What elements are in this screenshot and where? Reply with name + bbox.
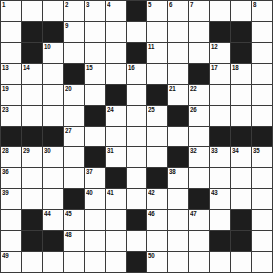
clue-number: 47 [190,210,197,218]
clue-number: 22 [190,85,197,93]
cell-r7c1[interactable]: 29 [22,147,42,167]
black-cell-r11c11 [231,231,251,251]
clue-number: 6 [169,1,172,9]
clue-number: 42 [148,189,155,197]
cell-r2c2[interactable]: 10 [43,43,63,63]
clue-number: 30 [44,147,51,155]
cell-r0c0[interactable]: 1 [1,1,21,21]
cell-r11c3[interactable]: 48 [64,231,84,251]
cell-r3c1[interactable]: 14 [22,64,42,84]
black-cell-r10c6 [127,210,147,230]
clue-number: 16 [128,64,135,72]
clue-number: 14 [23,64,30,72]
cell-r12c9[interactable] [189,252,209,272]
clue-number: 1 [2,1,5,9]
cell-r10c0[interactable] [1,210,21,230]
black-cell-r6c12 [252,127,272,147]
clue-number: 20 [65,85,72,93]
cell-r5c9[interactable]: 26 [189,106,209,126]
cell-r12c11[interactable] [231,252,251,272]
clue-number: 37 [86,168,93,176]
clue-number: 35 [253,147,260,155]
cell-r9c8[interactable] [168,189,188,209]
cell-r3c4[interactable]: 15 [85,64,105,84]
cell-r6c6[interactable] [127,127,147,147]
black-cell-r10c11 [231,210,251,230]
cell-r0c9[interactable]: 7 [189,1,209,21]
clue-number: 10 [44,43,51,51]
clue-number: 34 [232,147,239,155]
clue-number: 19 [2,85,9,93]
cell-r11c12[interactable] [252,231,272,251]
cell-r11c9[interactable] [189,231,209,251]
cell-r10c12[interactable] [252,210,272,230]
cell-r12c2[interactable] [43,252,63,272]
clue-number: 36 [2,168,9,176]
black-cell-r6c0 [1,127,21,147]
cell-r11c7[interactable] [147,231,167,251]
black-cell-r3c9 [189,64,209,84]
clue-number: 40 [86,189,93,197]
black-cell-r1c1 [22,22,42,42]
cell-r5c10[interactable] [210,106,230,126]
cell-r8c2[interactable] [43,168,63,188]
cell-r1c3[interactable]: 9 [64,22,84,42]
cell-r10c3[interactable]: 45 [64,210,84,230]
black-cell-r3c3 [64,64,84,84]
black-cell-r8c5 [106,168,126,188]
cell-r12c12[interactable] [252,252,272,272]
cell-r7c10[interactable]: 33 [210,147,230,167]
clue-number: 7 [190,1,193,9]
cell-r10c7[interactable]: 46 [147,210,167,230]
black-cell-r1c10 [210,22,230,42]
cell-r2c5[interactable] [106,43,126,63]
cell-r4c11[interactable] [231,85,251,105]
cell-r9c10[interactable]: 43 [210,189,230,209]
black-cell-r8c7 [147,168,167,188]
cell-r3c6[interactable]: 16 [127,64,147,84]
cell-r12c3[interactable] [64,252,84,272]
cell-r5c2[interactable] [43,106,63,126]
clue-number: 41 [107,189,114,197]
cell-r12c5[interactable] [106,252,126,272]
cell-r2c10[interactable]: 12 [210,43,230,63]
cell-r7c3[interactable] [64,147,84,167]
clue-number: 3 [86,1,89,9]
black-cell-r0c6 [127,1,147,21]
cell-r8c1[interactable] [22,168,42,188]
cell-r7c5[interactable]: 31 [106,147,126,167]
black-cell-r1c11 [231,22,251,42]
cell-r3c12[interactable] [252,64,272,84]
black-cell-r6c10 [210,127,230,147]
clue-number: 50 [148,252,155,260]
clue-number: 27 [65,127,72,135]
black-cell-r5c4 [85,106,105,126]
cell-r9c2[interactable] [43,189,63,209]
cell-r3c8[interactable] [168,64,188,84]
cell-r4c8[interactable]: 21 [168,85,188,105]
black-cell-r7c4 [85,147,105,167]
cell-r6c7[interactable] [147,127,167,147]
clue-number: 31 [107,147,114,155]
clue-number: 28 [2,147,9,155]
black-cell-r6c11 [231,127,251,147]
clue-number: 13 [2,64,9,72]
cell-r9c11[interactable] [231,189,251,209]
black-cell-r11c2 [43,231,63,251]
clue-number: 29 [23,147,30,155]
cell-r3c5[interactable] [106,64,126,84]
cell-r10c2[interactable]: 44 [43,210,63,230]
cell-r4c1[interactable] [22,85,42,105]
black-cell-r2c6 [127,43,147,63]
clue-number: 38 [169,168,176,176]
cell-r8c10[interactable] [210,168,230,188]
black-cell-r9c3 [64,189,84,209]
cell-r2c12[interactable] [252,43,272,63]
cell-r9c7[interactable]: 42 [147,189,167,209]
black-cell-r5c8 [168,106,188,126]
cell-r6c4[interactable] [85,127,105,147]
clue-number: 25 [148,106,155,114]
clue-number: 33 [211,147,218,155]
cell-r4c0[interactable]: 19 [1,85,21,105]
black-cell-r6c1 [22,127,42,147]
cell-r3c7[interactable] [147,64,167,84]
cell-r6c9[interactable] [189,127,209,147]
cell-r11c6[interactable] [127,231,147,251]
clue-number: 39 [2,189,9,197]
clue-number: 46 [148,210,155,218]
cell-r0c4[interactable]: 3 [85,1,105,21]
cell-r3c0[interactable]: 13 [1,64,21,84]
cell-r4c12[interactable] [252,85,272,105]
cell-r5c11[interactable] [231,106,251,126]
cell-r12c10[interactable] [210,252,230,272]
cell-r1c5[interactable] [106,22,126,42]
cell-r1c6[interactable] [127,22,147,42]
cell-r3c10[interactable]: 17 [210,64,230,84]
cell-r12c7[interactable]: 50 [147,252,167,272]
black-cell-r6c2 [43,127,63,147]
cell-r0c11[interactable] [231,1,251,21]
cell-r11c8[interactable] [168,231,188,251]
cell-r5c3[interactable] [64,106,84,126]
cell-r8c3[interactable] [64,168,84,188]
cell-r2c7[interactable]: 11 [147,43,167,63]
cell-r8c6[interactable] [127,168,147,188]
cell-r1c12[interactable] [252,22,272,42]
cell-r8c0[interactable]: 36 [1,168,21,188]
clue-number: 11 [148,43,154,51]
clue-number: 9 [65,22,68,30]
clue-number: 21 [169,85,176,93]
black-cell-r11c1 [22,231,42,251]
cell-r10c4[interactable] [85,210,105,230]
clue-number: 43 [211,189,218,197]
cell-r9c12[interactable] [252,189,272,209]
cell-r7c12[interactable]: 35 [252,147,272,167]
cell-r0c3[interactable]: 2 [64,1,84,21]
cell-r1c4[interactable] [85,22,105,42]
cell-r1c7[interactable] [147,22,167,42]
black-cell-r2c11 [231,43,251,63]
black-cell-r4c5 [106,85,126,105]
clue-number: 44 [44,210,51,218]
cell-r4c10[interactable] [210,85,230,105]
cell-r10c5[interactable] [106,210,126,230]
cell-r6c3[interactable]: 27 [64,127,84,147]
cell-r10c8[interactable] [168,210,188,230]
cell-r4c9[interactable]: 22 [189,85,209,105]
cell-r2c8[interactable] [168,43,188,63]
cell-r12c8[interactable] [168,252,188,272]
cell-r5c12[interactable] [252,106,272,126]
cell-r5c7[interactable]: 25 [147,106,167,126]
black-cell-r12c6 [127,252,147,272]
clue-number: 2 [65,1,68,9]
cell-r0c1[interactable] [22,1,42,21]
cell-r9c0[interactable]: 39 [1,189,21,209]
clue-number: 49 [2,252,9,260]
black-cell-r1c2 [43,22,63,42]
cell-r4c6[interactable] [127,85,147,105]
cell-r7c6[interactable] [127,147,147,167]
cell-r3c11[interactable]: 18 [231,64,251,84]
cell-r4c2[interactable] [43,85,63,105]
black-cell-r7c8 [168,147,188,167]
clue-number: 17 [211,64,218,72]
clue-number: 32 [190,147,197,155]
cell-r9c6[interactable] [127,189,147,209]
clue-number: 18 [232,64,239,72]
cell-r0c5[interactable]: 4 [106,1,126,21]
black-cell-r9c9 [189,189,209,209]
cell-r6c8[interactable] [168,127,188,147]
clue-number: 15 [86,64,93,72]
cell-r9c1[interactable] [22,189,42,209]
cell-r3c2[interactable] [43,64,63,84]
black-cell-r10c1 [22,210,42,230]
cell-r7c7[interactable] [147,147,167,167]
cell-r8c11[interactable] [231,168,251,188]
cell-r4c4[interactable] [85,85,105,105]
cell-r0c7[interactable]: 5 [147,1,167,21]
cell-r6c5[interactable] [106,127,126,147]
cell-r9c5[interactable]: 41 [106,189,126,209]
cell-r11c4[interactable] [85,231,105,251]
cell-r11c0[interactable] [1,231,21,251]
cell-r1c0[interactable] [1,22,21,42]
cell-r2c0[interactable] [1,43,21,63]
cell-r12c0[interactable]: 49 [1,252,21,272]
clue-number: 12 [211,43,218,51]
cell-r11c5[interactable] [106,231,126,251]
cell-r0c12[interactable]: 8 [252,1,272,21]
cell-r8c8[interactable]: 38 [168,168,188,188]
cell-r12c1[interactable] [22,252,42,272]
cell-r12c4[interactable] [85,252,105,272]
black-cell-r2c1 [22,43,42,63]
cell-r5c5[interactable]: 24 [106,106,126,126]
clue-number: 48 [65,231,72,239]
cell-r2c3[interactable] [64,43,84,63]
cell-r1c8[interactable] [168,22,188,42]
cell-r7c2[interactable]: 30 [43,147,63,167]
cell-r10c10[interactable] [210,210,230,230]
cell-r10c9[interactable]: 47 [189,210,209,230]
clue-number: 24 [107,106,114,114]
cell-r2c9[interactable] [189,43,209,63]
cell-r1c9[interactable] [189,22,209,42]
cell-r9c4[interactable]: 40 [85,189,105,209]
clue-number: 23 [2,106,9,114]
cell-r0c10[interactable] [210,1,230,21]
cell-r8c9[interactable] [189,168,209,188]
cell-r7c0[interactable]: 28 [1,147,21,167]
black-cell-r11c10 [210,231,230,251]
cell-r8c4[interactable]: 37 [85,168,105,188]
clue-number: 4 [107,1,110,9]
cell-r5c6[interactable] [127,106,147,126]
cell-r5c1[interactable] [22,106,42,126]
cell-r8c12[interactable] [252,168,272,188]
cell-r0c2[interactable] [43,1,63,21]
cell-r7c9[interactable]: 32 [189,147,209,167]
black-cell-r4c7 [147,85,167,105]
clue-number: 26 [190,106,197,114]
clue-number: 8 [253,1,256,9]
cell-r0c8[interactable]: 6 [168,1,188,21]
clue-number: 5 [148,1,151,9]
clue-number: 45 [65,210,72,218]
cell-r7c11[interactable]: 34 [231,147,251,167]
crossword-grid: 1234567891011121314151617181920212223242… [0,0,273,273]
cell-r4c3[interactable]: 20 [64,85,84,105]
cell-r5c0[interactable]: 23 [1,106,21,126]
cell-r2c4[interactable] [85,43,105,63]
